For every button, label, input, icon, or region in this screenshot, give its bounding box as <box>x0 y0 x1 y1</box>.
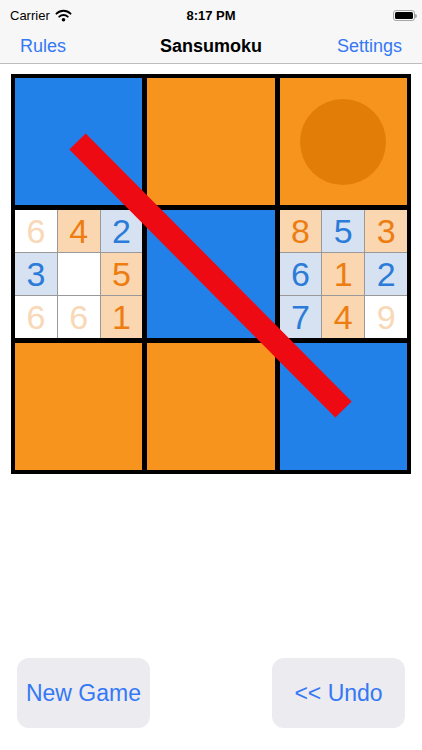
mini-cell-r3c3[interactable]: 1 <box>101 296 143 338</box>
mini-cell-r1c1[interactable]: 6 <box>15 210 57 252</box>
mini-cell-r3c1[interactable]: 7 <box>280 296 322 338</box>
wifi-icon <box>55 9 72 22</box>
mini-cell-r1c2[interactable]: 4 <box>58 210 100 252</box>
carrier-area: Carrier <box>0 8 72 23</box>
mini-cell-r3c3[interactable]: 9 <box>365 296 407 338</box>
big-cell-r3c2 <box>147 343 274 470</box>
big-cell-r1c3 <box>280 78 407 205</box>
mini-cell-r1c3[interactable]: 3 <box>365 210 407 252</box>
big-cell-r3c1 <box>15 343 142 470</box>
mini-board-r2c3: 853612749 <box>280 210 407 337</box>
mini-cell-r1c2[interactable]: 5 <box>322 210 364 252</box>
mini-cell-r2c2[interactable]: 1 <box>322 253 364 295</box>
mini-cell-r2c1[interactable]: 3 <box>15 253 57 295</box>
mini-cell-r2c2[interactable] <box>58 253 100 295</box>
mini-cell-r3c1[interactable]: 6 <box>15 296 57 338</box>
status-bar: Carrier 8:17 PM <box>0 0 422 30</box>
big-cell-r2c1: 64235661 <box>15 210 142 337</box>
mini-cell-r1c3[interactable]: 2 <box>101 210 143 252</box>
new-game-button[interactable]: New Game <box>17 658 150 728</box>
mini-cell-r3c2[interactable]: 4 <box>322 296 364 338</box>
battery-area <box>393 10 422 21</box>
undo-button[interactable]: << Undo <box>272 658 405 728</box>
settings-button[interactable]: Settings <box>317 36 422 57</box>
big-cell-r1c1 <box>15 78 142 205</box>
battery-icon <box>393 10 415 21</box>
big-cell-r3c3 <box>280 343 407 470</box>
rules-button[interactable]: Rules <box>0 36 86 57</box>
big-cell-r1c2 <box>147 78 274 205</box>
game-board: 64235661853612749 <box>11 74 411 474</box>
mini-cell-r3c2[interactable]: 6 <box>58 296 100 338</box>
nav-bar: Rules Sansumoku Settings <box>0 30 422 64</box>
big-cell-r2c2 <box>147 210 274 337</box>
mini-cell-r1c1[interactable]: 8 <box>280 210 322 252</box>
mini-cell-r2c3[interactable]: 5 <box>101 253 143 295</box>
last-move-circle <box>300 99 386 185</box>
mini-cell-r2c1[interactable]: 6 <box>280 253 322 295</box>
app-screen: Carrier 8:17 PM Rules Sansumoku Settings… <box>0 0 422 750</box>
big-cell-r2c3: 853612749 <box>280 210 407 337</box>
carrier-label: Carrier <box>10 8 50 23</box>
mini-board-r2c1: 64235661 <box>15 210 142 337</box>
mini-cell-r2c3[interactable]: 2 <box>365 253 407 295</box>
